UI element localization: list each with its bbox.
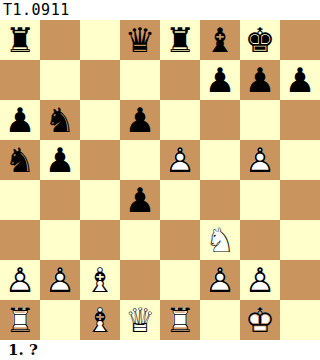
square-b2[interactable]: ♟♙	[40, 260, 80, 300]
square-c1[interactable]: ♝♗	[80, 300, 120, 340]
piece-black-rook[interactable]: ♜	[0, 20, 40, 60]
square-c6[interactable]	[80, 100, 120, 140]
piece-white-rook[interactable]: ♜♖	[0, 300, 40, 340]
square-e4[interactable]	[160, 180, 200, 220]
square-e1[interactable]: ♜♖	[160, 300, 200, 340]
square-a5[interactable]: ♞	[0, 140, 40, 180]
square-g6[interactable]	[240, 100, 280, 140]
piece-glyph-fill: ♞	[0, 140, 40, 180]
square-a4[interactable]	[0, 180, 40, 220]
piece-glyph-outline: ♘	[200, 220, 240, 260]
square-d7[interactable]	[120, 60, 160, 100]
square-d5[interactable]	[120, 140, 160, 180]
piece-black-pawn[interactable]: ♟	[120, 180, 160, 220]
square-f8[interactable]: ♝	[200, 20, 240, 60]
piece-black-pawn[interactable]: ♟	[280, 60, 320, 100]
piece-white-queen[interactable]: ♛♕	[120, 300, 160, 340]
square-h6[interactable]	[280, 100, 320, 140]
piece-black-knight[interactable]: ♞	[0, 140, 40, 180]
square-c5[interactable]	[80, 140, 120, 180]
square-e3[interactable]	[160, 220, 200, 260]
square-d1[interactable]: ♛♕	[120, 300, 160, 340]
square-b3[interactable]	[40, 220, 80, 260]
piece-glyph-fill: ♛	[120, 20, 160, 60]
piece-black-pawn[interactable]: ♟	[0, 100, 40, 140]
piece-white-pawn[interactable]: ♟♙	[40, 260, 80, 300]
square-f7[interactable]: ♟	[200, 60, 240, 100]
square-e2[interactable]	[160, 260, 200, 300]
square-f1[interactable]	[200, 300, 240, 340]
piece-glyph-fill: ♜	[0, 20, 40, 60]
square-b8[interactable]	[40, 20, 80, 60]
square-a8[interactable]: ♜	[0, 20, 40, 60]
piece-black-pawn[interactable]: ♟	[120, 100, 160, 140]
piece-white-bishop[interactable]: ♝♗	[80, 300, 120, 340]
square-c4[interactable]	[80, 180, 120, 220]
piece-white-pawn[interactable]: ♟♙	[240, 260, 280, 300]
square-a3[interactable]	[0, 220, 40, 260]
square-g2[interactable]: ♟♙	[240, 260, 280, 300]
square-f4[interactable]	[200, 180, 240, 220]
square-b4[interactable]	[40, 180, 80, 220]
piece-black-knight[interactable]: ♞	[40, 100, 80, 140]
piece-white-king[interactable]: ♚♔	[240, 300, 280, 340]
move-prompt: 1. ?	[0, 340, 38, 360]
square-b1[interactable]	[40, 300, 80, 340]
puzzle-title: T1.0911	[0, 0, 70, 20]
piece-glyph-outline: ♔	[240, 300, 280, 340]
piece-glyph-fill: ♝	[200, 20, 240, 60]
piece-black-pawn[interactable]: ♟	[200, 60, 240, 100]
piece-glyph-outline: ♙	[240, 140, 280, 180]
piece-white-bishop[interactable]: ♝♗	[80, 260, 120, 300]
square-g1[interactable]: ♚♔	[240, 300, 280, 340]
square-g3[interactable]	[240, 220, 280, 260]
piece-glyph-outline: ♙	[160, 140, 200, 180]
square-f2[interactable]: ♟♙	[200, 260, 240, 300]
piece-black-rook[interactable]: ♜	[160, 20, 200, 60]
piece-white-pawn[interactable]: ♟♙	[240, 140, 280, 180]
square-a6[interactable]: ♟	[0, 100, 40, 140]
square-d4[interactable]: ♟	[120, 180, 160, 220]
square-e8[interactable]: ♜	[160, 20, 200, 60]
piece-white-pawn[interactable]: ♟♙	[0, 260, 40, 300]
piece-glyph-outline: ♗	[80, 300, 120, 340]
piece-glyph-fill: ♜	[160, 20, 200, 60]
square-g8[interactable]: ♚	[240, 20, 280, 60]
square-g5[interactable]: ♟♙	[240, 140, 280, 180]
piece-glyph-outline: ♖	[0, 300, 40, 340]
chess-app-window: T1.0911 ♜♛♜♝♚♟♟♟♟♞♟♞♟♟♙♟♙♟♞♘♟♙♟♙♝♗♟♙♟♙♜♖…	[0, 0, 320, 360]
piece-glyph-outline: ♖	[160, 300, 200, 340]
piece-white-rook[interactable]: ♜♖	[160, 300, 200, 340]
square-b7[interactable]	[40, 60, 80, 100]
square-h3[interactable]	[280, 220, 320, 260]
square-b5[interactable]: ♟	[40, 140, 80, 180]
square-f6[interactable]	[200, 100, 240, 140]
square-c2[interactable]: ♝♗	[80, 260, 120, 300]
square-c8[interactable]	[80, 20, 120, 60]
piece-black-bishop[interactable]: ♝	[200, 20, 240, 60]
square-a1[interactable]: ♜♖	[0, 300, 40, 340]
square-h2[interactable]	[280, 260, 320, 300]
piece-glyph-fill: ♟	[280, 60, 320, 100]
piece-white-pawn[interactable]: ♟♙	[160, 140, 200, 180]
piece-black-queen[interactable]: ♛	[120, 20, 160, 60]
piece-glyph-outline: ♙	[200, 260, 240, 300]
piece-white-pawn[interactable]: ♟♙	[200, 260, 240, 300]
piece-glyph-outline: ♙	[0, 260, 40, 300]
square-d6[interactable]: ♟	[120, 100, 160, 140]
square-d2[interactable]	[120, 260, 160, 300]
piece-glyph-fill: ♞	[40, 100, 80, 140]
piece-glyph-fill: ♟	[240, 60, 280, 100]
square-h5[interactable]	[280, 140, 320, 180]
piece-glyph-outline: ♙	[40, 260, 80, 300]
square-e5[interactable]: ♟♙	[160, 140, 200, 180]
piece-glyph-outline: ♗	[80, 260, 120, 300]
square-g4[interactable]	[240, 180, 280, 220]
square-g7[interactable]: ♟	[240, 60, 280, 100]
square-c7[interactable]	[80, 60, 120, 100]
piece-black-pawn[interactable]: ♟	[240, 60, 280, 100]
square-b6[interactable]: ♞	[40, 100, 80, 140]
piece-glyph-fill: ♟	[120, 100, 160, 140]
square-c3[interactable]	[80, 220, 120, 260]
piece-glyph-outline: ♙	[240, 260, 280, 300]
piece-white-knight[interactable]: ♞♘	[200, 220, 240, 260]
square-e6[interactable]	[160, 100, 200, 140]
header: T1.0911	[0, 0, 320, 20]
square-f5[interactable]	[200, 140, 240, 180]
square-h8[interactable]	[280, 20, 320, 60]
square-h1[interactable]	[280, 300, 320, 340]
piece-black-pawn[interactable]: ♟	[40, 140, 80, 180]
chess-board[interactable]: ♜♛♜♝♚♟♟♟♟♞♟♞♟♟♙♟♙♟♞♘♟♙♟♙♝♗♟♙♟♙♜♖♝♗♛♕♜♖♚♔	[0, 20, 320, 340]
square-a2[interactable]: ♟♙	[0, 260, 40, 300]
square-a7[interactable]	[0, 60, 40, 100]
square-e7[interactable]	[160, 60, 200, 100]
piece-black-king[interactable]: ♚	[240, 20, 280, 60]
square-h7[interactable]: ♟	[280, 60, 320, 100]
piece-glyph-fill: ♟	[200, 60, 240, 100]
footer: 1. ?	[0, 340, 320, 360]
piece-glyph-fill: ♟	[120, 180, 160, 220]
square-d8[interactable]: ♛	[120, 20, 160, 60]
piece-glyph-fill: ♟	[40, 140, 80, 180]
piece-glyph-fill: ♚	[240, 20, 280, 60]
square-f3[interactable]: ♞♘	[200, 220, 240, 260]
square-h4[interactable]	[280, 180, 320, 220]
piece-glyph-outline: ♕	[120, 300, 160, 340]
piece-glyph-fill: ♟	[0, 100, 40, 140]
square-d3[interactable]	[120, 220, 160, 260]
